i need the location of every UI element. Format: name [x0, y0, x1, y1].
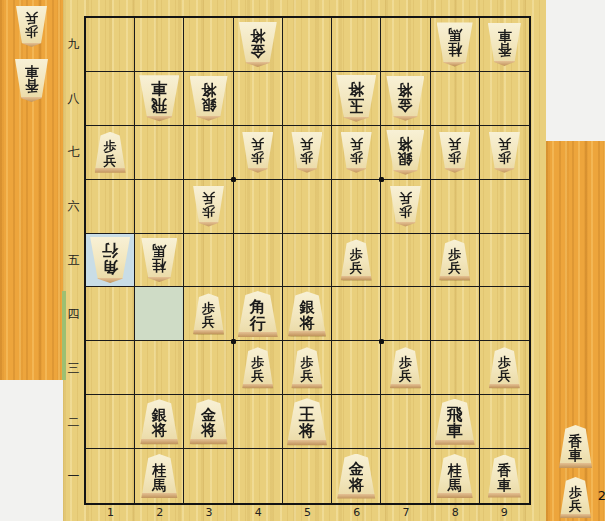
file-label: 6: [332, 504, 381, 521]
koma-kanji: 玉将: [336, 75, 376, 122]
board-cell-2六[interactable]: [135, 180, 184, 234]
koma-kanji: 香車: [488, 455, 521, 498]
board-cell-1三[interactable]: [86, 341, 135, 395]
board-cell-1八[interactable]: [86, 72, 135, 126]
board-cell-9七[interactable]: 歩兵: [480, 126, 529, 180]
board-cell-9二[interactable]: [480, 395, 529, 449]
file-label: 5: [283, 504, 332, 521]
koma-bottom[interactable]: 歩兵: [341, 239, 372, 280]
board-cell-9八[interactable]: [480, 72, 529, 126]
koma-top[interactable]: 香車: [15, 59, 48, 102]
board-cell-4九[interactable]: 金将: [234, 18, 283, 72]
file-label: 2: [135, 504, 184, 521]
board-cell-3一[interactable]: [184, 449, 233, 503]
board-cell-2二[interactable]: 銀将: [135, 395, 184, 449]
board-cell-1九[interactable]: [86, 18, 135, 72]
rank-label: 八: [63, 72, 84, 126]
board-cell-8四[interactable]: [431, 287, 480, 341]
hand-bottom: 香車歩兵2: [546, 141, 605, 521]
koma-kanji: 桂馬: [437, 22, 473, 66]
koma-kanji: 歩兵: [390, 186, 421, 227]
board-cell-4二[interactable]: [234, 395, 283, 449]
board-cell-8八[interactable]: [431, 72, 480, 126]
board-cell-5三[interactable]: 歩兵: [283, 341, 332, 395]
board-cell-7一[interactable]: [381, 449, 430, 503]
rank-label: 三: [63, 341, 84, 395]
koma-bottom[interactable]: 歩兵: [489, 347, 520, 388]
shogi-board: 金将桂馬香車飛車銀将玉将金将歩兵歩兵歩兵歩兵銀将歩兵歩兵歩兵歩兵角行桂馬歩兵歩兵…: [84, 16, 531, 505]
board-cell-5二[interactable]: 王将: [283, 395, 332, 449]
board-cell-3七[interactable]: [184, 126, 233, 180]
koma-kanji: 桂馬: [141, 238, 177, 282]
board-cell-6五[interactable]: 歩兵: [332, 234, 381, 288]
rank-label: 五: [63, 234, 84, 288]
board-cell-5六[interactable]: [283, 180, 332, 234]
board-cell-6一[interactable]: 金将: [332, 449, 381, 503]
board-cell-8六[interactable]: [431, 180, 480, 234]
koma-top[interactable]: 歩兵: [242, 132, 273, 173]
koma-kanji: 銀将: [190, 76, 228, 121]
board-cell-4七[interactable]: 歩兵: [234, 126, 283, 180]
rank-label: 四: [63, 287, 84, 341]
board-cell-4六[interactable]: [234, 180, 283, 234]
koma-kanji: 歩兵: [439, 239, 470, 280]
koma-kanji: 銀将: [288, 291, 326, 336]
board-cell-9三[interactable]: 歩兵: [480, 341, 529, 395]
koma-kanji: 銀将: [386, 130, 424, 175]
koma-bottom[interactable]: 桂馬: [437, 454, 473, 498]
board-cell-7七[interactable]: 銀将: [381, 126, 430, 180]
board-cell-6八[interactable]: 玉将: [332, 72, 381, 126]
koma-top[interactable]: 銀将: [190, 76, 228, 121]
hand-top: 歩兵香車: [0, 0, 63, 380]
koma-top[interactable]: 桂馬: [141, 238, 177, 282]
koma-bottom[interactable]: 歩兵: [560, 477, 591, 518]
board-cell-3四[interactable]: 歩兵: [184, 287, 233, 341]
koma-kanji: 角行: [90, 237, 130, 283]
koma-top[interactable]: 金将: [386, 76, 424, 121]
board-cell-7五[interactable]: [381, 234, 430, 288]
board-cell-4五[interactable]: [234, 234, 283, 288]
koma-bottom[interactable]: 金将: [337, 454, 375, 499]
koma-kanji: 桂馬: [141, 454, 177, 498]
board-cell-6九[interactable]: [332, 18, 381, 72]
board-cell-7六[interactable]: 歩兵: [381, 180, 430, 234]
hoshi-dot: [231, 339, 236, 344]
board-cell-1七[interactable]: 歩兵: [86, 126, 135, 180]
koma-bottom[interactable]: 王将: [287, 398, 327, 445]
board-cell-5九[interactable]: [283, 18, 332, 72]
koma-top[interactable]: 香車: [488, 23, 521, 66]
board-cell-2七[interactable]: [135, 126, 184, 180]
koma-top[interactable]: 角行: [90, 237, 130, 283]
board-cell-9五[interactable]: [480, 234, 529, 288]
koma-top[interactable]: 金将: [239, 22, 277, 67]
koma-kanji: 金将: [337, 454, 375, 499]
koma-kanji: 飛車: [139, 75, 179, 121]
board-grid: 金将桂馬香車飛車銀将玉将金将歩兵歩兵歩兵歩兵銀将歩兵歩兵歩兵歩兵角行桂馬歩兵歩兵…: [86, 18, 529, 503]
board-cell-6三[interactable]: [332, 341, 381, 395]
koma-kanji: 歩兵: [291, 132, 322, 173]
board-cell-1一[interactable]: [86, 449, 135, 503]
koma-kanji: 飛車: [435, 399, 475, 445]
board-cell-2九[interactable]: [135, 18, 184, 72]
koma-top[interactable]: 歩兵: [193, 186, 224, 227]
rank-label: 七: [63, 126, 84, 180]
koma-kanji: 歩兵: [489, 132, 520, 173]
board-cell-7八[interactable]: 金将: [381, 72, 430, 126]
board-cell-3二[interactable]: 金将: [184, 395, 233, 449]
board-cell-5四[interactable]: 銀将: [283, 287, 332, 341]
koma-kanji: 角行: [238, 291, 278, 337]
koma-bottom[interactable]: 歩兵: [439, 239, 470, 280]
koma-bottom[interactable]: 銀将: [140, 399, 178, 444]
koma-top[interactable]: 歩兵: [16, 6, 47, 47]
koma-top[interactable]: 銀将: [386, 130, 424, 175]
koma-bottom[interactable]: 銀将: [288, 291, 326, 336]
board-cell-2三[interactable]: [135, 341, 184, 395]
board-cell-1六[interactable]: [86, 180, 135, 234]
board-cell-9四[interactable]: [480, 287, 529, 341]
koma-kanji: 歩兵: [341, 239, 372, 280]
board-cell-3五[interactable]: [184, 234, 233, 288]
board-cell-2四[interactable]: [135, 287, 184, 341]
board-cell-3八[interactable]: 銀将: [184, 72, 233, 126]
board-cell-5七[interactable]: 歩兵: [283, 126, 332, 180]
koma-kanji: 王将: [287, 398, 327, 445]
board-cell-9六[interactable]: [480, 180, 529, 234]
file-label: 4: [234, 504, 283, 521]
koma-bottom[interactable]: 香車: [559, 425, 592, 468]
board-cell-5一[interactable]: [283, 449, 332, 503]
koma-kanji: 香車: [15, 59, 48, 102]
file-label: 8: [431, 504, 480, 521]
koma-bottom[interactable]: 歩兵: [95, 132, 126, 173]
board-cell-7二[interactable]: [381, 395, 430, 449]
koma-kanji: 歩兵: [489, 347, 520, 388]
board-cell-9一[interactable]: 香車: [480, 449, 529, 503]
hoshi-dot: [231, 177, 236, 182]
board-cell-8三[interactable]: [431, 341, 480, 395]
board-cell-4三[interactable]: 歩兵: [234, 341, 283, 395]
hand-piece-香車[interactable]: 香車: [559, 425, 592, 468]
board-cell-4八[interactable]: [234, 72, 283, 126]
board-cell-5五[interactable]: [283, 234, 332, 288]
koma-kanji: 金将: [386, 76, 424, 121]
koma-kanji: 歩兵: [439, 132, 470, 173]
board-cell-8五[interactable]: 歩兵: [431, 234, 480, 288]
board-cell-8一[interactable]: 桂馬: [431, 449, 480, 503]
koma-kanji: 歩兵: [291, 347, 322, 388]
rank-label: 九: [63, 18, 84, 72]
rank-labels: 九八七六五四三二一: [63, 18, 84, 503]
rank-label: 二: [63, 395, 84, 449]
hoshi-dot: [379, 339, 384, 344]
koma-kanji: 桂馬: [437, 454, 473, 498]
board-cell-7三[interactable]: 歩兵: [381, 341, 430, 395]
koma-top[interactable]: 歩兵: [489, 132, 520, 173]
koma-kanji: 歩兵: [341, 132, 372, 173]
board-cell-4四[interactable]: 角行: [234, 287, 283, 341]
koma-top[interactable]: 歩兵: [390, 186, 421, 227]
board-cell-6二[interactable]: [332, 395, 381, 449]
koma-kanji: 歩兵: [390, 347, 421, 388]
board-cell-3九[interactable]: [184, 18, 233, 72]
board-cell-2八[interactable]: 飛車: [135, 72, 184, 126]
board-cell-6七[interactable]: 歩兵: [332, 126, 381, 180]
board-cell-4一[interactable]: [234, 449, 283, 503]
koma-bottom[interactable]: 歩兵: [242, 347, 273, 388]
board-cell-2五[interactable]: 桂馬: [135, 234, 184, 288]
board-cell-7九[interactable]: [381, 18, 430, 72]
koma-kanji: 歩兵: [193, 186, 224, 227]
board-cell-1五[interactable]: 角行: [86, 234, 135, 288]
koma-kanji: 金将: [239, 22, 277, 67]
koma-top[interactable]: 桂馬: [437, 22, 473, 66]
koma-top[interactable]: 歩兵: [341, 132, 372, 173]
koma-top[interactable]: 歩兵: [439, 132, 470, 173]
board-cell-1二[interactable]: [86, 395, 135, 449]
koma-kanji: 香車: [559, 425, 592, 468]
koma-kanji: 金将: [190, 399, 228, 444]
koma-bottom[interactable]: 香車: [488, 455, 521, 498]
koma-kanji: 歩兵: [193, 293, 224, 334]
hand-piece-歩兵[interactable]: 歩兵2: [560, 477, 591, 518]
board-cell-3六[interactable]: 歩兵: [184, 180, 233, 234]
board-cell-8九[interactable]: 桂馬: [431, 18, 480, 72]
koma-bottom[interactable]: 桂馬: [141, 454, 177, 498]
board-cell-7四[interactable]: [381, 287, 430, 341]
board-cell-6六[interactable]: [332, 180, 381, 234]
board-cell-2一[interactable]: 桂馬: [135, 449, 184, 503]
koma-top[interactable]: 歩兵: [291, 132, 322, 173]
board-cell-6四[interactable]: [332, 287, 381, 341]
koma-kanji: 歩兵: [242, 347, 273, 388]
koma-bottom[interactable]: 金将: [190, 399, 228, 444]
rank-label: 六: [63, 180, 84, 234]
koma-bottom[interactable]: 歩兵: [291, 347, 322, 388]
koma-bottom[interactable]: 歩兵: [193, 293, 224, 334]
koma-top[interactable]: 玉将: [336, 75, 376, 122]
file-label: 7: [381, 504, 430, 521]
board-cell-8二[interactable]: 飛車: [431, 395, 480, 449]
board-cell-1四[interactable]: [86, 287, 135, 341]
koma-bottom[interactable]: 角行: [238, 291, 278, 337]
shogi-app: 九八七六五四三二一 123456789 金将桂馬香車飛車銀将玉将金将歩兵歩兵歩兵…: [0, 0, 605, 521]
koma-bottom[interactable]: 飛車: [435, 399, 475, 445]
hand-piece-香車[interactable]: 香車: [15, 59, 48, 102]
file-label: 1: [86, 504, 135, 521]
koma-kanji: 歩兵: [560, 477, 591, 518]
hoshi-dot: [379, 177, 384, 182]
koma-kanji: 歩兵: [242, 132, 273, 173]
koma-kanji: 歩兵: [16, 6, 47, 47]
hand-piece-count: 2: [598, 488, 605, 503]
file-label: 3: [184, 504, 233, 521]
koma-bottom[interactable]: 歩兵: [390, 347, 421, 388]
file-labels: 123456789: [86, 504, 529, 521]
rank-label: 一: [63, 449, 84, 503]
koma-kanji: 歩兵: [95, 132, 126, 173]
board-panel: 九八七六五四三二一 123456789 金将桂馬香車飛車銀将玉将金将歩兵歩兵歩兵…: [63, 0, 546, 521]
board-cell-8七[interactable]: 歩兵: [431, 126, 480, 180]
hand-piece-歩兵[interactable]: 歩兵: [16, 6, 47, 47]
board-cell-9九[interactable]: 香車: [480, 18, 529, 72]
koma-kanji: 銀将: [140, 399, 178, 444]
board-cell-3三[interactable]: [184, 341, 233, 395]
board-cell-5八[interactable]: [283, 72, 332, 126]
file-label: 9: [480, 504, 529, 521]
koma-kanji: 香車: [488, 23, 521, 66]
koma-top[interactable]: 飛車: [139, 75, 179, 121]
